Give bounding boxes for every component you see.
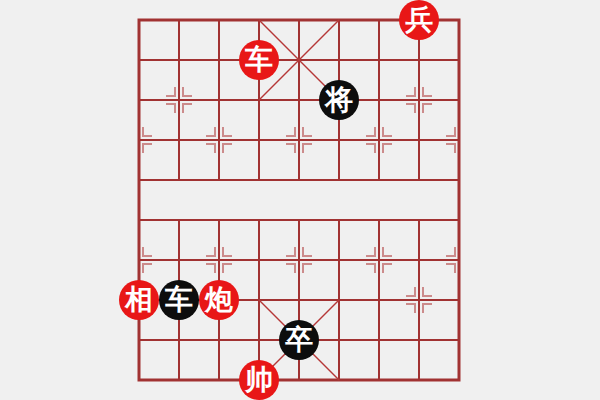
piece-red-cannon[interactable]: 炮 [199,280,239,320]
piece-red-chariot[interactable]: 车 [239,40,279,80]
piece-red-soldier[interactable]: 兵 [399,0,439,40]
xiangqi-board: 兵车将相车炮卒帅 [119,0,479,400]
piece-red-elephant[interactable]: 相 [119,280,159,320]
screen: { "game": "xiangqi", "position": { "fen"… [0,0,600,400]
pieces-layer: 兵车将相车炮卒帅 [119,0,479,400]
piece-red-general[interactable]: 帅 [239,360,279,400]
piece-black-general[interactable]: 将 [319,80,359,120]
piece-black-chariot[interactable]: 车 [159,280,199,320]
piece-black-soldier[interactable]: 卒 [279,320,319,360]
